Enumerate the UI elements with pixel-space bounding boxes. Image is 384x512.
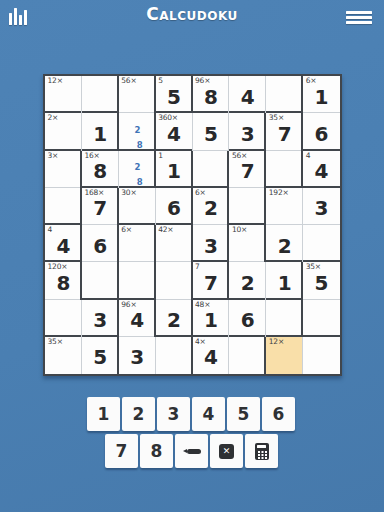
cell-value: 1: [193, 300, 230, 337]
cell-r3c7[interactable]: [266, 151, 303, 188]
cell-r1c8[interactable]: 6×1: [303, 76, 340, 113]
cell-r6c5[interactable]: 77: [193, 262, 230, 299]
cell-value: 8: [82, 151, 119, 188]
cell-r3c4[interactable]: 11: [156, 151, 193, 188]
number-keypad-row-2: 78✕: [105, 434, 278, 468]
cage-label: 4: [306, 152, 311, 160]
cell-r4c3[interactable]: 30×: [119, 188, 156, 225]
cage-label: 48×: [195, 301, 210, 309]
key-2[interactable]: 2: [122, 397, 155, 431]
cell-r3c6[interactable]: 56×7: [229, 151, 266, 188]
cage-label: 56×: [232, 152, 247, 160]
cell-value: 3: [229, 113, 266, 150]
cell-value: 3: [119, 337, 156, 374]
cell-r5c5[interactable]: 3: [193, 225, 230, 262]
cell-r8c8[interactable]: [303, 337, 340, 374]
cell-r2c2[interactable]: 1: [82, 113, 119, 150]
cell-r1c4[interactable]: 55: [156, 76, 193, 113]
key-3[interactable]: 3: [157, 397, 190, 431]
cell-value: 2: [156, 300, 193, 337]
cage-label: 96×: [121, 301, 136, 309]
cell-value: 5: [156, 76, 193, 113]
cell-r8c7[interactable]: 12×: [266, 337, 303, 374]
cell-r7c5[interactable]: 48×1: [193, 300, 230, 337]
cell-r7c6[interactable]: 6: [229, 300, 266, 337]
pen-tool-button[interactable]: [175, 434, 208, 468]
app-screen: Calcudoku 12×56×5596×846×12×128360×45335…: [0, 0, 384, 512]
cage-label: 360×: [158, 114, 178, 122]
cell-value: 7: [229, 151, 266, 188]
cell-r5c8[interactable]: [303, 225, 340, 262]
cell-r6c4[interactable]: [156, 262, 193, 299]
cage-label: 96×: [195, 77, 210, 85]
cell-r4c5[interactable]: 6×2: [193, 188, 230, 225]
cell-r6c3[interactable]: [119, 262, 156, 299]
candidate-digit: 8: [137, 177, 143, 187]
cell-r5c7[interactable]: 2: [266, 225, 303, 262]
cell-r5c6[interactable]: 10×: [229, 225, 266, 262]
app-header: Calcudoku: [0, 0, 384, 32]
calculator-icon: [255, 443, 269, 460]
cell-r1c2[interactable]: [82, 76, 119, 113]
cell-value: 4: [156, 113, 193, 150]
cage-label: 12×: [48, 77, 63, 85]
cage-label: 1: [158, 152, 163, 160]
cage-label: 192×: [269, 189, 289, 197]
cell-r7c3[interactable]: 96×4: [119, 300, 156, 337]
cage-label: 35×: [48, 338, 63, 346]
cell-r3c8[interactable]: 44: [303, 151, 340, 188]
pen-icon: [187, 449, 201, 454]
cell-r8c2[interactable]: 5: [82, 337, 119, 374]
cell-value: 2: [266, 225, 303, 262]
cell-value: 3: [303, 188, 340, 225]
cell-r4c8[interactable]: 3: [303, 188, 340, 225]
calcudoku-board: 12×56×5596×846×12×128360×45335×763×16×82…: [43, 74, 342, 376]
cell-r7c1[interactable]: [45, 300, 82, 337]
cell-value: 5: [82, 337, 119, 374]
cell-r2c7[interactable]: 35×7: [266, 113, 303, 150]
cell-r8c5[interactable]: 4×4: [193, 337, 230, 374]
cage-label: 10×: [232, 226, 247, 234]
cell-r8c1[interactable]: 35×: [45, 337, 82, 374]
cell-value: 7: [193, 262, 230, 299]
cage-label: 30×: [121, 189, 136, 197]
candidate-digit: 2: [135, 125, 141, 135]
hamburger-menu-icon[interactable]: [346, 11, 372, 25]
cell-r6c1[interactable]: 120×8: [45, 262, 82, 299]
cage-label: 35×: [269, 114, 284, 122]
cell-r8c6[interactable]: [229, 337, 266, 374]
cell-r7c2[interactable]: 3: [82, 300, 119, 337]
cage-label: 7: [195, 263, 200, 271]
cage-label: 4: [48, 226, 53, 234]
cell-r1c7[interactable]: [266, 76, 303, 113]
cell-r7c8[interactable]: [303, 300, 340, 337]
cell-value: 7: [82, 188, 119, 225]
cage-label: 42×: [158, 226, 173, 234]
cage-label: 2×: [48, 114, 59, 122]
cell-value: 4: [229, 76, 266, 113]
cell-r8c3[interactable]: 3: [119, 337, 156, 374]
erase-icon: ✕: [219, 444, 234, 459]
cell-value: 4: [119, 300, 156, 337]
cage-label: 4×: [195, 338, 206, 346]
candidate-digit: 8: [137, 140, 143, 150]
key-8[interactable]: 8: [140, 434, 173, 468]
cell-value: 1: [82, 113, 119, 150]
cell-r2c5[interactable]: 5: [193, 113, 230, 150]
cell-r7c7[interactable]: [266, 300, 303, 337]
cell-r6c2[interactable]: [82, 262, 119, 299]
key-7[interactable]: 7: [105, 434, 138, 468]
cell-r4c6[interactable]: [229, 188, 266, 225]
cage-label: 5: [158, 77, 163, 85]
cell-r7c4[interactable]: 2: [156, 300, 193, 337]
cage-label: 6×: [121, 226, 132, 234]
cage-label: 6×: [195, 189, 206, 197]
cage-label: 168×: [84, 189, 104, 197]
cell-r1c6[interactable]: 4: [229, 76, 266, 113]
cell-value: 7: [266, 113, 303, 150]
cage-label: 12×: [269, 338, 284, 346]
cage-label: 35×: [306, 263, 321, 271]
cage-label: 3×: [48, 152, 59, 160]
cell-r6c8[interactable]: 35×5: [303, 262, 340, 299]
candidate-digit: 2: [135, 162, 141, 172]
cell-value: 6: [156, 188, 193, 225]
cell-r1c3[interactable]: 56×: [119, 76, 156, 113]
cell-value: 8: [45, 262, 82, 299]
cell-r2c3[interactable]: 28: [119, 113, 156, 150]
app-title: Calcudoku: [0, 4, 384, 24]
cell-value: 1: [156, 151, 193, 188]
cell-value: 1: [303, 76, 340, 113]
cell-r2c6[interactable]: 3: [229, 113, 266, 150]
cell-r6c6[interactable]: 2: [229, 262, 266, 299]
cell-value: 8: [193, 76, 230, 113]
cell-r4c1[interactable]: [45, 188, 82, 225]
cell-value: 4: [45, 225, 82, 262]
cell-value: 3: [82, 300, 119, 337]
cell-r2c4[interactable]: 360×4: [156, 113, 193, 150]
cell-r3c2[interactable]: 16×8: [82, 151, 119, 188]
cell-value: 2: [229, 262, 266, 299]
cell-value: 6: [82, 225, 119, 262]
erase-tool-button[interactable]: ✕: [210, 434, 243, 468]
cell-value: 6: [303, 113, 340, 150]
cage-label: 120×: [48, 263, 68, 271]
cell-r4c4[interactable]: 6: [156, 188, 193, 225]
cell-r6c7[interactable]: 1: [266, 262, 303, 299]
cell-r3c5[interactable]: [193, 151, 230, 188]
cell-r2c8[interactable]: 6: [303, 113, 340, 150]
cell-r1c1[interactable]: 12×: [45, 76, 82, 113]
key-6[interactable]: 6: [262, 397, 295, 431]
cell-value: 2: [193, 188, 230, 225]
cell-r4c7[interactable]: 192×: [266, 188, 303, 225]
cell-value: 5: [303, 262, 340, 299]
cell-r3c1[interactable]: 3×: [45, 151, 82, 188]
cell-r3c3[interactable]: 28: [119, 151, 156, 188]
cell-value: 6: [229, 300, 266, 337]
cell-r5c1[interactable]: 44: [45, 225, 82, 262]
cage-label: 56×: [121, 77, 136, 85]
cell-value: 4: [193, 337, 230, 374]
cell-r2c1[interactable]: 2×: [45, 113, 82, 150]
cell-value: 3: [193, 225, 230, 262]
cell-r5c2[interactable]: 6: [82, 225, 119, 262]
key-1[interactable]: 1: [87, 397, 120, 431]
cell-value: 1: [266, 262, 303, 299]
cell-r1c5[interactable]: 96×8: [193, 76, 230, 113]
cell-r4c2[interactable]: 168×7: [82, 188, 119, 225]
key-4[interactable]: 4: [192, 397, 225, 431]
calculator-tool-button[interactable]: [245, 434, 278, 468]
cage-label: 6×: [306, 77, 317, 85]
cell-value: 5: [193, 113, 230, 150]
key-5[interactable]: 5: [227, 397, 260, 431]
cell-r5c4[interactable]: 42×: [156, 225, 193, 262]
cell-r5c3[interactable]: 6×: [119, 225, 156, 262]
cell-r8c4[interactable]: [156, 337, 193, 374]
cell-value: 4: [303, 151, 340, 188]
cage-label: 16×: [84, 152, 99, 160]
number-keypad-row-1: 123456: [87, 397, 295, 431]
